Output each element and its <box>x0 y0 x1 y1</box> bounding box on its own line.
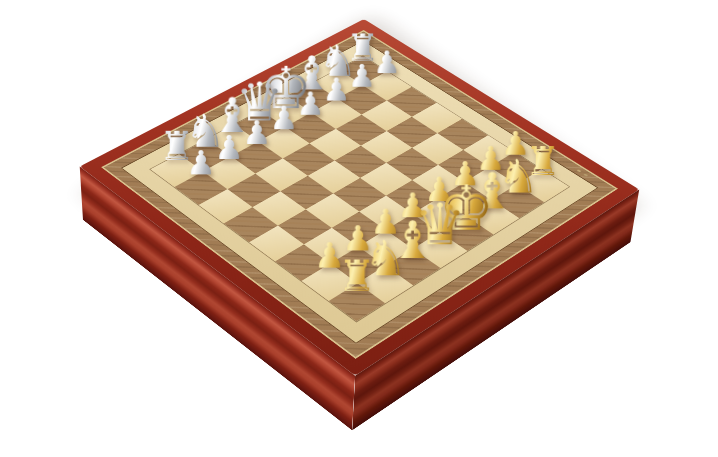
rosewood-frame-top: ♜♟♟♜♞♟♟♞♝♟♟♝♚♟♟♚♛♟♟♛♝♟♟♝♞♟♟♞♜♟♟♜ <box>80 19 639 376</box>
piece-black-silver-pawn-a7[interactable]: ♟ <box>169 126 234 193</box>
piece-white-gold-rook-a1[interactable]: ♜ <box>322 236 391 307</box>
chess-set-photo-scene: ♜♟♟♜♞♟♟♞♝♟♟♝♚♟♟♚♛♟♟♛♝♟♟♝♞♟♟♞♜♟♟♜ <box>0 0 718 457</box>
perspective-stage: ♜♟♟♜♞♟♟♞♝♟♟♝♚♟♟♚♛♟♟♛♝♟♟♝♞♟♟♞♜♟♟♜ <box>0 0 718 457</box>
